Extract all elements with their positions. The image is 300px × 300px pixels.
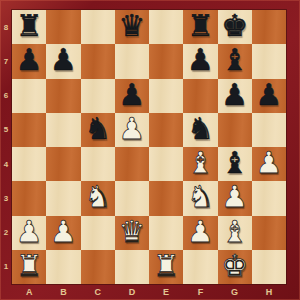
square-e6[interactable] <box>149 79 183 113</box>
square-e4[interactable] <box>149 147 183 181</box>
white-pawn-f2[interactable]: ♟ <box>187 217 214 247</box>
white-knight-c3[interactable]: ♞ <box>84 182 111 212</box>
square-e5[interactable] <box>149 113 183 147</box>
square-c6[interactable] <box>81 79 115 113</box>
black-pawn-b7[interactable]: ♟ <box>50 45 77 75</box>
black-pawn-f7[interactable]: ♟ <box>187 45 214 75</box>
square-b5[interactable] <box>46 113 80 147</box>
black-bishop-g7[interactable]: ♝ <box>221 45 248 75</box>
rank-label-2: 2 <box>0 216 12 250</box>
square-b8[interactable] <box>46 10 80 44</box>
white-bishop-g2[interactable]: ♝ <box>221 217 248 247</box>
square-b4[interactable] <box>46 147 80 181</box>
square-c2[interactable] <box>81 216 115 250</box>
white-pawn-d5[interactable]: ♟ <box>118 114 145 144</box>
square-d3[interactable] <box>115 181 149 215</box>
square-a8[interactable]: ♜ <box>12 10 46 44</box>
square-h2[interactable] <box>252 216 286 250</box>
file-label-A: A <box>12 284 46 300</box>
rank-label-7: 7 <box>0 44 12 78</box>
white-pawn-a2[interactable]: ♟ <box>16 217 43 247</box>
square-e2[interactable] <box>149 216 183 250</box>
black-queen-d8[interactable]: ♛ <box>118 11 145 41</box>
black-bishop-g4[interactable]: ♝ <box>221 148 248 178</box>
square-d7[interactable] <box>115 44 149 78</box>
board[interactable]: ♜♛♜♚♟♟♟♝♟♟♟♞♟♞♝♝♟♞♞♟♟♟♛♟♝♜♜♚ <box>12 10 286 284</box>
white-queen-d2[interactable]: ♛ <box>118 217 145 247</box>
square-g7[interactable]: ♝ <box>218 44 252 78</box>
square-h3[interactable] <box>252 181 286 215</box>
black-rook-f8[interactable]: ♜ <box>187 11 214 41</box>
rank-label-4: 4 <box>0 147 12 181</box>
rank-label-3: 3 <box>0 181 12 215</box>
square-g2[interactable]: ♝ <box>218 216 252 250</box>
white-rook-e1[interactable]: ♜ <box>153 251 180 281</box>
square-b6[interactable] <box>46 79 80 113</box>
black-pawn-g6[interactable]: ♟ <box>221 80 248 110</box>
rank-label-5: 5 <box>0 113 12 147</box>
square-c5[interactable]: ♞ <box>81 113 115 147</box>
square-g8[interactable]: ♚ <box>218 10 252 44</box>
square-c4[interactable] <box>81 147 115 181</box>
rank-label-8: 8 <box>0 10 12 44</box>
square-b7[interactable]: ♟ <box>46 44 80 78</box>
square-f5[interactable]: ♞ <box>183 113 217 147</box>
square-g5[interactable] <box>218 113 252 147</box>
square-a5[interactable] <box>12 113 46 147</box>
square-a3[interactable] <box>12 181 46 215</box>
file-label-E: E <box>149 284 183 300</box>
file-label-D: D <box>115 284 149 300</box>
square-e3[interactable] <box>149 181 183 215</box>
white-rook-a1[interactable]: ♜ <box>16 251 43 281</box>
square-d8[interactable]: ♛ <box>115 10 149 44</box>
white-pawn-g3[interactable]: ♟ <box>221 182 248 212</box>
square-a1[interactable]: ♜ <box>12 250 46 284</box>
square-f4[interactable]: ♝ <box>183 147 217 181</box>
white-pawn-h4[interactable]: ♟ <box>255 148 282 178</box>
square-f3[interactable]: ♞ <box>183 181 217 215</box>
black-king-g8[interactable]: ♚ <box>221 11 248 41</box>
square-h8[interactable] <box>252 10 286 44</box>
square-d2[interactable]: ♛ <box>115 216 149 250</box>
chess-board-frame: 87654321 ♜♛♜♚♟♟♟♝♟♟♟♞♟♞♝♝♟♞♞♟♟♟♛♟♝♜♜♚ AB… <box>0 0 300 300</box>
file-label-C: C <box>81 284 115 300</box>
square-b2[interactable]: ♟ <box>46 216 80 250</box>
black-rook-a8[interactable]: ♜ <box>16 11 43 41</box>
square-d1[interactable] <box>115 250 149 284</box>
square-g4[interactable]: ♝ <box>218 147 252 181</box>
square-d4[interactable] <box>115 147 149 181</box>
square-e1[interactable]: ♜ <box>149 250 183 284</box>
square-c7[interactable] <box>81 44 115 78</box>
file-label-F: F <box>183 284 217 300</box>
file-label-H: H <box>252 284 286 300</box>
black-knight-c5[interactable]: ♞ <box>84 114 111 144</box>
square-c8[interactable] <box>81 10 115 44</box>
black-pawn-a7[interactable]: ♟ <box>16 45 43 75</box>
square-f6[interactable] <box>183 79 217 113</box>
file-label-G: G <box>218 284 252 300</box>
square-g3[interactable]: ♟ <box>218 181 252 215</box>
rank-label-1: 1 <box>0 250 12 284</box>
square-c3[interactable]: ♞ <box>81 181 115 215</box>
square-f2[interactable]: ♟ <box>183 216 217 250</box>
square-h1[interactable] <box>252 250 286 284</box>
square-f8[interactable]: ♜ <box>183 10 217 44</box>
rank-label-6: 6 <box>0 79 12 113</box>
square-a7[interactable]: ♟ <box>12 44 46 78</box>
square-a6[interactable] <box>12 79 46 113</box>
square-g6[interactable]: ♟ <box>218 79 252 113</box>
square-a2[interactable]: ♟ <box>12 216 46 250</box>
file-labels: ABCDEFGH <box>12 284 286 300</box>
square-e7[interactable] <box>149 44 183 78</box>
square-h5[interactable] <box>252 113 286 147</box>
square-h7[interactable] <box>252 44 286 78</box>
white-pawn-b2[interactable]: ♟ <box>50 217 77 247</box>
white-knight-f3[interactable]: ♞ <box>187 182 214 212</box>
square-h6[interactable]: ♟ <box>252 79 286 113</box>
square-h4[interactable]: ♟ <box>252 147 286 181</box>
square-f1[interactable] <box>183 250 217 284</box>
square-f7[interactable]: ♟ <box>183 44 217 78</box>
white-bishop-f4[interactable]: ♝ <box>187 148 214 178</box>
white-king-g1[interactable]: ♚ <box>221 251 248 281</box>
square-d5[interactable]: ♟ <box>115 113 149 147</box>
black-knight-f5[interactable]: ♞ <box>187 114 214 144</box>
square-b1[interactable] <box>46 250 80 284</box>
square-a4[interactable] <box>12 147 46 181</box>
square-e8[interactable] <box>149 10 183 44</box>
black-pawn-d6[interactable]: ♟ <box>118 80 145 110</box>
square-g1[interactable]: ♚ <box>218 250 252 284</box>
square-c1[interactable] <box>81 250 115 284</box>
rank-labels: 87654321 <box>0 10 12 284</box>
square-d6[interactable]: ♟ <box>115 79 149 113</box>
square-b3[interactable] <box>46 181 80 215</box>
black-pawn-h6[interactable]: ♟ <box>255 80 282 110</box>
file-label-B: B <box>46 284 80 300</box>
